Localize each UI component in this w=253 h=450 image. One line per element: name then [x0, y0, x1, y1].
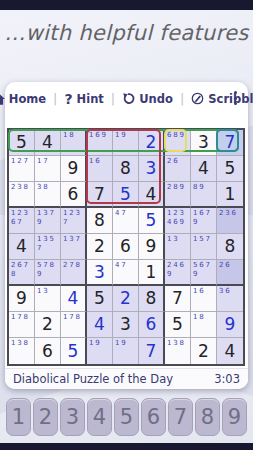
undo-button[interactable]: Undo — [122, 92, 173, 106]
pencil-marks: 47 — [115, 261, 137, 270]
cell-r4c4[interactable]: 8 — [87, 208, 113, 234]
cell-r4c7[interactable]: 123469 — [165, 208, 191, 234]
cell-r8c4[interactable]: 4 — [87, 312, 113, 338]
cell-r4c5[interactable]: 47 — [113, 208, 139, 234]
cell-r2c9[interactable]: 5 — [217, 156, 243, 182]
digit: 8 — [146, 290, 157, 307]
digit: 4 — [16, 238, 27, 255]
cell-r1c5[interactable]: 19 — [113, 130, 139, 156]
cell-r9c1[interactable]: 138 — [9, 338, 35, 364]
cell-r5c1[interactable]: 4 — [9, 234, 35, 260]
digit: 2 — [94, 238, 105, 255]
pencil-marks: 236 — [219, 209, 242, 218]
cell-r9c2[interactable]: 6 — [35, 338, 61, 364]
pencil-marks: 38 — [37, 183, 59, 192]
cell-r9c5[interactable]: 19 — [113, 338, 139, 364]
pencil-marks: 138 — [11, 339, 33, 348]
cell-r4c1[interactable]: 12367 — [9, 208, 35, 234]
digit: 4 — [198, 160, 209, 177]
cell-r9c7[interactable]: 138 — [165, 338, 191, 364]
digit: 1 — [146, 264, 157, 281]
pencil-marks: 127 — [11, 157, 33, 166]
cell-r2c1[interactable]: 127 — [9, 156, 35, 182]
pencil-marks: 1379 — [37, 209, 59, 226]
cell-r7c7[interactable]: 7 — [165, 286, 191, 312]
digit: 5 — [225, 160, 236, 177]
digit: 5 — [146, 212, 157, 229]
toolbar-separator: | — [53, 91, 57, 106]
digit: 2 — [198, 343, 209, 360]
number-keypad: 1 2 3 4 5 6 7 8 9 — [6, 398, 247, 436]
hint-label: Hint — [77, 92, 104, 106]
pencil-marks: 18 — [193, 313, 215, 322]
cell-r1c6[interactable]: 2 — [139, 130, 165, 156]
marketing-headline: ...with helpful features — [0, 21, 253, 45]
digit: 3 — [146, 160, 157, 177]
cell-r3c4[interactable]: 7 — [87, 182, 113, 208]
pencil-marks: 1679 — [193, 209, 215, 226]
cell-r1c9[interactable]: 7 — [217, 130, 243, 156]
home-icon — [0, 93, 5, 105]
cell-r6c5[interactable]: 47 — [113, 260, 139, 286]
cell-r4c2[interactable]: 1379 — [35, 208, 61, 234]
digit: 2 — [42, 316, 53, 333]
cell-r1c3[interactable]: 18 — [61, 130, 87, 156]
pencil-marks: 12367 — [11, 209, 33, 226]
cell-r9c8[interactable]: 2 — [191, 338, 217, 364]
pencil-marks: 26 — [219, 261, 242, 270]
digit: 3 — [94, 264, 105, 281]
key-8[interactable]: 8 — [195, 398, 220, 436]
cell-r6c4[interactable]: 3 — [87, 260, 113, 286]
digit: 7 — [225, 134, 236, 151]
toolbar: Home | ? Hint | Undo | Scribble — [5, 82, 248, 115]
system-top-bar — [0, 0, 253, 10]
digit: 7 — [146, 343, 157, 360]
cell-r3c6[interactable]: 4 — [139, 182, 165, 208]
digit: 5 — [94, 290, 105, 307]
cell-r9c4[interactable]: 19 — [87, 338, 113, 364]
cell-r6c3[interactable]: 278 — [61, 260, 87, 286]
cell-r2c3[interactable]: 9 — [61, 156, 87, 182]
key-7[interactable]: 7 — [168, 398, 193, 436]
question-icon: ? — [64, 91, 72, 107]
cell-r7c9[interactable]: 36 — [217, 286, 243, 312]
digit: 2 — [146, 134, 157, 151]
digit: 9 — [146, 238, 157, 255]
scribble-label: Scribble — [208, 92, 253, 106]
sudoku-card: Home | ? Hint | Undo | Scribble — [5, 82, 248, 389]
digit: 5 — [120, 186, 131, 203]
cell-r4c8[interactable]: 1679 — [191, 208, 217, 234]
digit: 8 — [94, 212, 105, 229]
pencil-marks: 13 — [167, 235, 189, 244]
pencil-marks: 13 — [37, 287, 59, 296]
cell-r2c5[interactable]: 8 — [113, 156, 139, 182]
hint-button[interactable]: ? Hint — [64, 91, 103, 107]
cell-r2c2[interactable]: 17 — [35, 156, 61, 182]
digit: 4 — [94, 316, 105, 333]
pencil-marks: 16 — [89, 157, 111, 166]
cell-r1c2[interactable]: 4 — [35, 130, 61, 156]
cell-r2c6[interactable]: 3 — [139, 156, 165, 182]
pencil-marks: 1237 — [63, 209, 84, 226]
cell-r8c5[interactable]: 3 — [113, 312, 139, 338]
cell-r5c4[interactable]: 2 — [87, 234, 113, 260]
digit: 4 — [68, 290, 79, 307]
key-4[interactable]: 4 — [87, 398, 112, 436]
digit: 8 — [120, 160, 131, 177]
undo-icon — [122, 92, 135, 105]
cell-r6c6[interactable]: 1 — [139, 260, 165, 286]
cell-r3c5[interactable]: 5 — [113, 182, 139, 208]
pencil-marks: 278 — [63, 261, 84, 270]
cell-r8c3[interactable]: 178 — [61, 312, 87, 338]
pencil-marks: 89 — [193, 183, 215, 192]
cell-r7c1[interactable]: 9 — [9, 286, 35, 312]
pencil-marks: 2678 — [11, 261, 33, 278]
pencil-marks: 689 — [167, 131, 189, 140]
cell-r8c1[interactable]: 178 — [9, 312, 35, 338]
digit: 9 — [225, 316, 236, 333]
cell-r8c7[interactable]: 5 — [165, 312, 191, 338]
toolbar-separator: | — [111, 91, 115, 106]
cell-r1c1[interactable]: 5 — [9, 130, 35, 156]
cell-r1c8[interactable]: 3 — [191, 130, 217, 156]
cell-r1c7[interactable]: 689 — [165, 130, 191, 156]
pencil-marks: 36 — [219, 287, 242, 296]
cell-r8c6[interactable]: 6 — [139, 312, 165, 338]
cell-r4c3[interactable]: 1237 — [61, 208, 87, 234]
cell-r2c4[interactable]: 16 — [87, 156, 113, 182]
digit: 6 — [146, 316, 157, 333]
digit: 6 — [42, 343, 53, 360]
digit: 4 — [42, 134, 53, 151]
pencil-marks: 19 — [89, 339, 111, 348]
cell-r5c2[interactable]: 1357 — [35, 234, 61, 260]
cell-r7c3[interactable]: 4 — [61, 286, 87, 312]
pencil-marks: 17 — [37, 157, 59, 166]
digit: 8 — [225, 238, 236, 255]
scribble-button[interactable]: Scribble — [191, 92, 253, 106]
digit: 4 — [146, 186, 157, 203]
scribble-icon — [191, 92, 204, 105]
undo-label: Undo — [139, 92, 173, 106]
digit: 3 — [120, 316, 131, 333]
system-bottom-bar — [0, 443, 253, 450]
key-5[interactable]: 5 — [114, 398, 139, 436]
cell-r8c2[interactable]: 2 — [35, 312, 61, 338]
cell-r7c4[interactable]: 5 — [87, 286, 113, 312]
screen: ...with helpful features Home | ? Hint |… — [0, 0, 253, 450]
cell-r5c7[interactable]: 13 — [165, 234, 191, 260]
cell-r6c8[interactable]: 5679 — [191, 260, 217, 286]
cell-r5c9[interactable]: 8 — [217, 234, 243, 260]
pencil-marks: 19 — [115, 339, 137, 348]
digit: 5 — [16, 134, 27, 151]
pencil-marks: 2469 — [167, 261, 189, 278]
cell-r6c1[interactable]: 2678 — [9, 260, 35, 286]
pencil-marks: 5679 — [193, 261, 215, 278]
digit: 6 — [120, 238, 131, 255]
cell-r7c8[interactable]: 16 — [191, 286, 217, 312]
cell-r9c6[interactable]: 7 — [139, 338, 165, 364]
digit: 5 — [68, 343, 79, 360]
cell-r5c3[interactable]: 137 — [61, 234, 87, 260]
home-button[interactable]: Home — [0, 92, 46, 106]
key-3[interactable]: 3 — [60, 398, 85, 436]
pencil-marks: 18 — [63, 131, 84, 140]
digit: 7 — [172, 290, 183, 307]
pencil-marks: 289 — [167, 183, 189, 192]
sudoku-grid: 5418169192689371271791683264523838675428… — [7, 128, 245, 366]
digit: 6 — [68, 186, 79, 203]
cell-r3c7[interactable]: 289 — [165, 182, 191, 208]
cell-r3c8[interactable]: 89 — [191, 182, 217, 208]
pencil-marks: 47 — [115, 209, 137, 218]
kebab-menu-icon[interactable] — [234, 91, 237, 105]
pencil-marks: 5789 — [37, 261, 59, 278]
digit: 5 — [172, 316, 183, 333]
pencil-marks: 123469 — [167, 209, 189, 226]
key-9[interactable]: 9 — [222, 398, 247, 436]
cell-r6c2[interactable]: 5789 — [35, 260, 61, 286]
key-2[interactable]: 2 — [33, 398, 58, 436]
cell-r6c9[interactable]: 26 — [217, 260, 243, 286]
digit: 7 — [94, 186, 105, 203]
cell-r4c6[interactable]: 5 — [139, 208, 165, 234]
pencil-marks: 1357 — [37, 235, 59, 252]
pencil-marks: 138 — [167, 339, 189, 348]
cell-r3c2[interactable]: 38 — [35, 182, 61, 208]
cell-r6c7[interactable]: 2469 — [165, 260, 191, 286]
pencil-marks: 178 — [63, 313, 84, 322]
cell-r3c1[interactable]: 238 — [9, 182, 35, 208]
puzzle-title: Diabolical Puzzle of the Day — [13, 372, 173, 386]
cell-r2c7[interactable]: 26 — [165, 156, 191, 182]
digit: 9 — [16, 290, 27, 307]
pencil-marks: 157 — [193, 235, 215, 244]
pencil-marks: 16 — [193, 287, 215, 296]
cell-r2c8[interactable]: 4 — [191, 156, 217, 182]
pencil-marks: 169 — [89, 131, 111, 140]
key-1[interactable]: 1 — [6, 398, 31, 436]
cell-r3c3[interactable]: 6 — [61, 182, 87, 208]
cell-r5c6[interactable]: 9 — [139, 234, 165, 260]
cell-r8c9[interactable]: 9 — [217, 312, 243, 338]
key-6[interactable]: 6 — [141, 398, 166, 436]
pencil-marks: 19 — [115, 131, 137, 140]
timer: 3:03 — [214, 372, 240, 386]
pencil-marks: 178 — [11, 313, 33, 322]
pencil-marks: 238 — [11, 183, 33, 192]
cell-r4c9[interactable]: 236 — [217, 208, 243, 234]
cell-r7c2[interactable]: 13 — [35, 286, 61, 312]
digit: 4 — [225, 343, 236, 360]
digit: 1 — [225, 186, 236, 203]
cell-r8c8[interactable]: 18 — [191, 312, 217, 338]
digit: 9 — [68, 160, 79, 177]
cell-r5c8[interactable]: 157 — [191, 234, 217, 260]
cell-r3c9[interactable]: 1 — [217, 182, 243, 208]
pencil-marks: 26 — [167, 157, 189, 166]
cell-r7c5[interactable]: 2 — [113, 286, 139, 312]
cell-r7c6[interactable]: 8 — [139, 286, 165, 312]
status-bar: Diabolical Puzzle of the Day 3:03 — [5, 368, 248, 389]
cell-r1c4[interactable]: 169 — [87, 130, 113, 156]
cell-r5c5[interactable]: 6 — [113, 234, 139, 260]
digit: 3 — [198, 134, 209, 151]
pencil-marks: 137 — [63, 235, 84, 244]
cell-r9c9[interactable]: 4 — [217, 338, 243, 364]
home-label: Home — [9, 92, 46, 106]
cell-r9c3[interactable]: 5 — [61, 338, 87, 364]
digit: 2 — [120, 290, 131, 307]
toolbar-separator: | — [180, 91, 184, 106]
